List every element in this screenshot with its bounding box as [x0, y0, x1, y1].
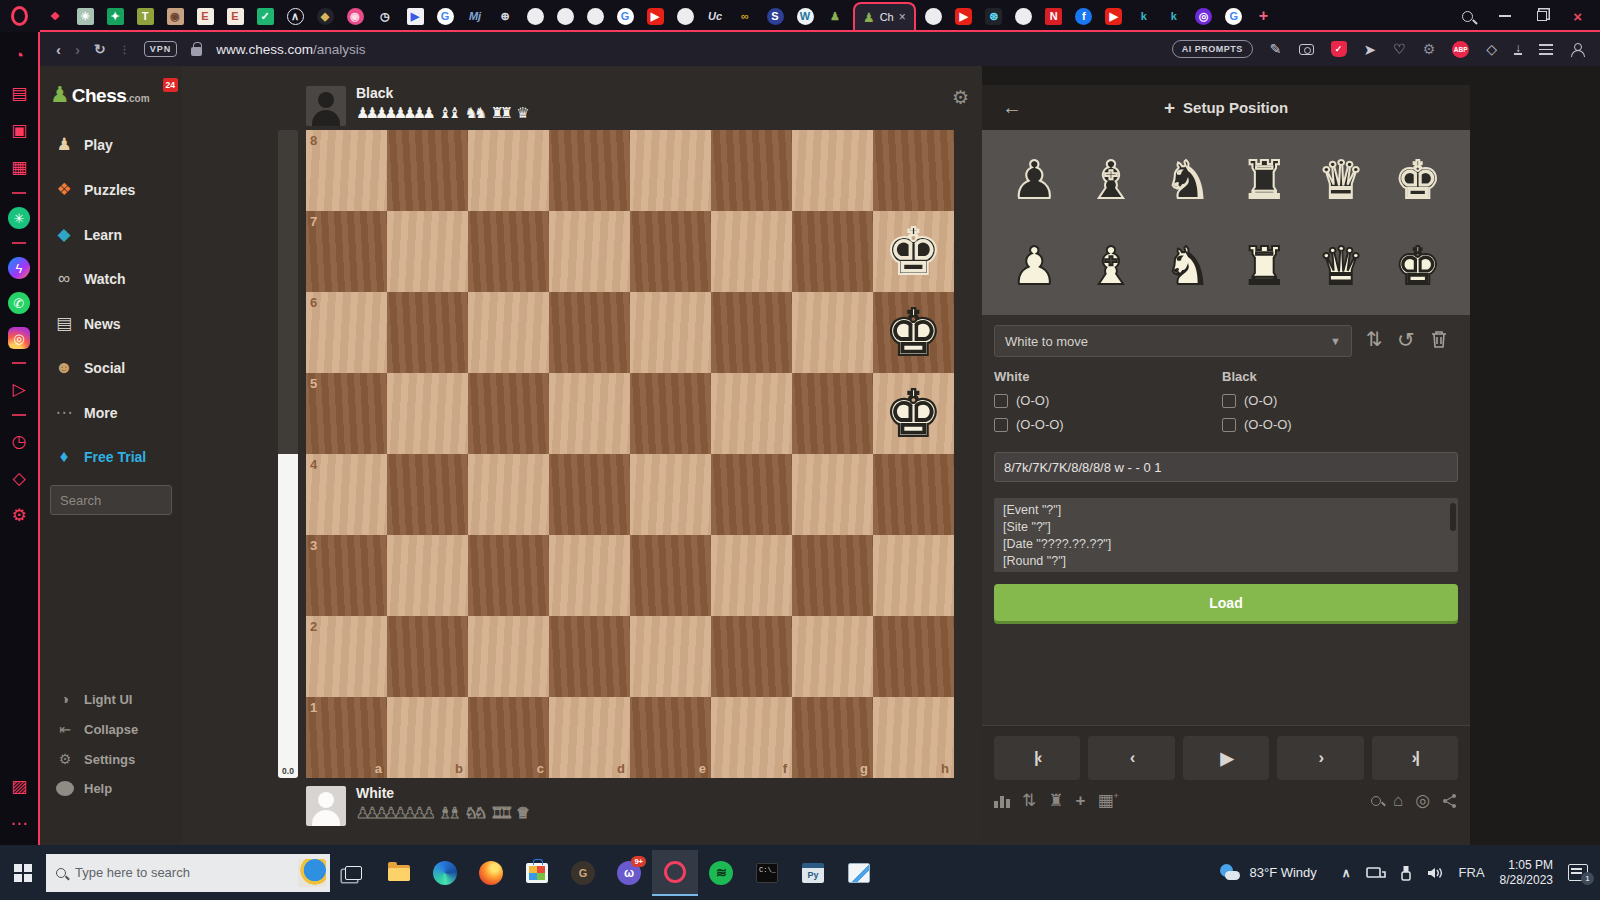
white-king-h6[interactable]: ♚ — [873, 292, 954, 373]
last-move-button[interactable]: ›| — [1372, 736, 1458, 780]
speed-dial-icon[interactable]: ◔ — [7, 44, 31, 68]
library-icon[interactable]: ⌂ — [1393, 792, 1403, 809]
square-e6[interactable] — [630, 292, 711, 373]
instagram-icon[interactable]: ◎ — [8, 327, 30, 349]
square-c2[interactable] — [468, 616, 549, 697]
cube-extension-icon[interactable]: ◇ — [1486, 42, 1497, 56]
tab-mj[interactable]: Mj — [460, 3, 490, 29]
square-e4[interactable] — [630, 454, 711, 535]
palette-white-queen[interactable]: ♛ — [1303, 224, 1380, 308]
play-button[interactable]: ▶ — [1183, 736, 1269, 780]
infinity-icon: ∞ — [737, 8, 754, 25]
square-f4[interactable] — [711, 454, 792, 535]
extension-gear-icon[interactable]: ⚙ — [1423, 42, 1436, 56]
tab-clock-app[interactable]: ◷ — [370, 3, 400, 29]
dribbble-icon: ◉ — [347, 8, 364, 25]
sidebar-item-social[interactable]: ☻Social — [40, 346, 182, 390]
flip-icon[interactable]: ⇅ — [1022, 792, 1036, 809]
messenger-icon[interactable]: ϟ — [8, 257, 30, 279]
square-e1[interactable]: e — [630, 697, 711, 778]
square-d2[interactable] — [549, 616, 630, 697]
speaker-icon[interactable] — [1426, 866, 1444, 880]
tab-swirl-app[interactable]: ◎ — [1189, 3, 1219, 29]
black-king-h7[interactable]: ♚ — [873, 211, 954, 292]
windows-taskbar: G ω9+ ≋ C:\_ Py 83°F Windy ∧ FRA 1:05 PM… — [0, 845, 1600, 900]
square-g5[interactable] — [792, 373, 873, 454]
load-button[interactable]: Load — [994, 584, 1458, 621]
square-a1[interactable]: 1a — [306, 697, 387, 778]
sidebar-item-label: Play — [84, 137, 113, 153]
clock-app-icon: ◷ — [377, 8, 394, 25]
collapse-icon: ⇤ — [56, 721, 74, 737]
tab-s-app[interactable]: S — [760, 3, 790, 29]
tab-chatgpt[interactable]: ✳ — [70, 3, 100, 29]
wordpress-icon: W — [797, 8, 814, 25]
square-g8[interactable] — [792, 130, 873, 211]
downloads-icon[interactable]: ↓ — [1514, 43, 1522, 55]
square-b5[interactable] — [387, 373, 468, 454]
edit-pencil-icon[interactable]: ✎ — [1270, 42, 1282, 56]
square-d1[interactable]: d — [549, 697, 630, 778]
toolbar-right-icons: AI PROMPTS ✎ ✓ ➤ ♡ ⚙ ABP ◇ ↓ — [1172, 40, 1584, 58]
square-h6[interactable]: ♚ — [873, 292, 954, 373]
tab-facebook[interactable]: f — [1069, 3, 1099, 29]
twitch-icon[interactable]: ▣ — [7, 118, 31, 142]
square-c5[interactable] — [468, 373, 549, 454]
rail-divider — [12, 414, 26, 416]
settings-sliders-icon[interactable] — [1539, 44, 1553, 55]
square-e8[interactable] — [630, 130, 711, 211]
square-h5[interactable]: ♚ — [873, 373, 954, 454]
square-b1[interactable]: b — [387, 697, 468, 778]
tab-close-icon[interactable]: × — [899, 10, 906, 24]
sidebar-item-learn[interactable]: ◆Learn — [40, 212, 182, 257]
palette-black-queen[interactable]: ♛ — [1303, 138, 1380, 222]
sidebar-search-input[interactable] — [50, 485, 172, 515]
paint-app-icon[interactable] — [836, 850, 882, 896]
tab-google[interactable]: G — [430, 3, 460, 29]
square-d4[interactable] — [549, 454, 630, 535]
explorer-search-icon[interactable] — [1371, 792, 1381, 809]
spotify-icon[interactable]: ≋ — [698, 850, 744, 896]
square-h7[interactable]: ♚ — [873, 211, 954, 292]
terminal-icon[interactable]: C:\_ — [744, 850, 790, 896]
extensions-box-icon[interactable]: ◇ — [7, 466, 31, 490]
board-settings-gear-icon[interactable]: ⚙ — [952, 86, 969, 109]
square-c8[interactable] — [468, 130, 549, 211]
tab-dribbble[interactable]: ◉ — [340, 3, 370, 29]
tab-netflix[interactable]: N — [1039, 3, 1069, 29]
square-c6[interactable] — [468, 292, 549, 373]
tab-wasp[interactable]: ◆ — [310, 3, 340, 29]
facebook-icon: f — [1075, 8, 1092, 25]
fen-input[interactable] — [994, 452, 1458, 482]
github-icon — [677, 8, 694, 25]
checkbox[interactable] — [1222, 418, 1236, 432]
footer-item-help[interactable]: ?Help — [40, 774, 182, 803]
square-f3[interactable] — [711, 535, 792, 616]
clock-widget[interactable]: 1:05 PM 8/28/2023 — [1500, 858, 1553, 888]
checkbox-label: (O-O-O) — [1244, 417, 1292, 432]
k-app-icon: k — [1165, 8, 1182, 25]
sidebar-footer: ◑Light UI⇤Collapse⚙Settings?Help — [40, 684, 182, 803]
taskbar-search-box[interactable] — [46, 854, 330, 892]
captured-group: ♝♝ — [439, 104, 458, 122]
tab-chess-pawn[interactable]: ♟ — [820, 3, 850, 29]
square-f5[interactable] — [711, 373, 792, 454]
square-d7[interactable] — [549, 211, 630, 292]
captured-group: ♜♜ — [490, 804, 509, 822]
tab-search-icon[interactable] — [1462, 11, 1473, 22]
square-a4[interactable]: 4 — [306, 454, 387, 535]
tab-github[interactable] — [550, 3, 580, 29]
black-player-name: Black — [356, 86, 533, 101]
reload-button[interactable]: ↻ — [94, 41, 106, 57]
sidebar-item-label: More — [84, 405, 117, 421]
pgn-line: [Event "?"] — [1003, 502, 1449, 519]
chesscom-logo[interactable]: ♟ Chess .com 24 — [40, 78, 182, 122]
rail-divider — [12, 192, 26, 194]
sidebar-item-more[interactable]: ⋯More — [40, 390, 182, 435]
square-h2[interactable] — [873, 616, 954, 697]
rank-label: 2 — [310, 619, 317, 634]
square-c7[interactable] — [468, 211, 549, 292]
palette-black-rook[interactable]: ♜ — [1226, 138, 1303, 222]
puzzles-icon: ❖ — [54, 179, 74, 200]
palette-white-king[interactable]: ♚ — [1379, 224, 1456, 308]
square-c3[interactable] — [468, 535, 549, 616]
notification-count-badge: 1 — [1581, 872, 1594, 885]
tab-github[interactable] — [1009, 3, 1039, 29]
tab-crest-e[interactable]: E — [190, 3, 220, 29]
file-label: d — [617, 761, 625, 776]
tab-github[interactable] — [919, 3, 949, 29]
flip-board-icon[interactable]: ⇅ — [1366, 329, 1383, 349]
checkbox[interactable] — [994, 418, 1008, 432]
watch-icon: ∞ — [54, 269, 74, 289]
practice-target-icon[interactable]: ◎ — [1415, 792, 1430, 809]
usb-icon[interactable] — [1401, 865, 1411, 881]
file-explorer-icon[interactable] — [376, 850, 422, 896]
tray-expand-chevron[interactable]: ∧ — [1342, 866, 1351, 880]
square-b3[interactable] — [387, 535, 468, 616]
tab-a-badge[interactable]: ∧ — [280, 3, 310, 29]
back-button[interactable]: ‹ — [56, 41, 61, 58]
castling-black-label: Black — [1222, 369, 1257, 384]
tab-youtube[interactable]: ▶ — [640, 3, 670, 29]
tab-github[interactable] — [670, 3, 700, 29]
footer-item-label: Help — [84, 781, 112, 796]
square-a8[interactable]: 8 — [306, 130, 387, 211]
palette-black-knight[interactable]: ♞ — [1149, 138, 1226, 222]
white-queenside-castle-checkbox[interactable]: (O-O-O) — [994, 417, 1064, 432]
square-h8[interactable] — [873, 130, 954, 211]
square-e7[interactable] — [630, 211, 711, 292]
opera-logo-icon[interactable] — [11, 6, 28, 26]
tab-google[interactable]: G — [1219, 3, 1249, 29]
sidebar-item-play[interactable]: ♟Play — [40, 122, 182, 167]
tab-globe[interactable]: ⊕ — [490, 3, 520, 29]
square-g3[interactable] — [792, 535, 873, 616]
new-tab-button[interactable]: + — [1249, 7, 1278, 25]
github-icon — [925, 8, 942, 25]
threats-icon[interactable]: ♜ — [1048, 792, 1063, 809]
check-app-icon: ✓ — [257, 8, 274, 25]
tab-wordpress[interactable]: W — [790, 3, 820, 29]
chat-app-icon[interactable]: ω9+ — [606, 850, 652, 896]
heart-bookmark-icon[interactable]: ♡ — [1393, 42, 1406, 56]
opera-gx-icon[interactable] — [652, 850, 698, 896]
google-icon: G — [617, 8, 634, 25]
tab-crest-e[interactable]: E — [220, 3, 250, 29]
trash-icon[interactable] — [1430, 329, 1448, 349]
reset-position-icon[interactable]: ↺ — [1397, 329, 1415, 350]
square-g2[interactable] — [792, 616, 873, 697]
github-icon — [1015, 8, 1032, 25]
palette-black-king[interactable]: ♚ — [1379, 138, 1456, 222]
app-notification-badge: 9+ — [631, 856, 646, 867]
square-b2[interactable] — [387, 616, 468, 697]
first-move-button[interactable]: |‹ — [994, 736, 1080, 780]
tab-anime-avatar[interactable]: ◉ — [160, 3, 190, 29]
palette-white-pawn[interactable]: ♟ — [996, 224, 1073, 308]
minimize-button[interactable] — [1499, 15, 1511, 17]
square-d3[interactable] — [549, 535, 630, 616]
tab-green-bird[interactable]: ✦ — [100, 3, 130, 29]
square-a5[interactable]: 5 — [306, 373, 387, 454]
whatsapp-icon[interactable]: ✆ — [8, 292, 30, 314]
palette-white-rook[interactable]: ♜ — [1226, 224, 1303, 308]
tab-react[interactable]: ⊛ — [979, 3, 1009, 29]
square-c4[interactable] — [468, 454, 549, 535]
tab-game-controller[interactable]: ❖ — [40, 3, 70, 29]
play-app-icon: ▶ — [407, 8, 424, 25]
black-queenside-castle-checkbox[interactable]: (O-O-O) — [1222, 417, 1292, 432]
start-button[interactable] — [14, 864, 32, 882]
sidebar-item-puzzles[interactable]: ❖Puzzles — [40, 167, 182, 212]
checkbox[interactable] — [994, 394, 1008, 408]
mj-icon: Mj — [467, 8, 484, 25]
sidebar-item-label: Learn — [84, 227, 122, 243]
weather-text: 83°F Windy — [1249, 865, 1316, 880]
checkbox[interactable] — [1222, 394, 1236, 408]
rank-label: 4 — [310, 457, 317, 472]
square-b7[interactable] — [387, 211, 468, 292]
palette-white-knight[interactable]: ♞ — [1149, 224, 1226, 308]
logo-brand-text: Chess — [72, 85, 127, 107]
vpn-badge[interactable]: VPN — [144, 41, 178, 57]
square-h1[interactable]: h — [873, 697, 954, 778]
white-king-h5[interactable]: ♚ — [873, 373, 954, 454]
more-icon[interactable]: ⋯ — [7, 811, 31, 835]
setup-position-panel: ← +Setup Position ♟♝♞♜♛♚ ♟♝♞♜♛♚ White to… — [982, 85, 1470, 845]
settings-icon[interactable]: ⚙ — [7, 503, 31, 527]
next-move-button[interactable]: › — [1277, 736, 1363, 780]
panel-header: ← +Setup Position — [982, 85, 1470, 130]
file-label: a — [375, 761, 382, 776]
turn-to-move-select[interactable]: White to move ▼ — [994, 325, 1352, 357]
rank-label: 7 — [310, 214, 317, 229]
square-g1[interactable]: g — [792, 697, 873, 778]
gimp-icon[interactable]: G — [560, 850, 606, 896]
square-g6[interactable] — [792, 292, 873, 373]
history-icon[interactable]: ◷ — [7, 429, 31, 453]
edge-icon[interactable] — [422, 850, 468, 896]
lock-icon — [191, 47, 202, 56]
palette-black-pawn[interactable]: ♟ — [996, 138, 1073, 222]
footer-item-light-ui[interactable]: ◑Light UI — [40, 684, 182, 714]
square-f7[interactable] — [711, 211, 792, 292]
black-captured-pieces: ♟♟♟♟♟♟♟♟♝♝♞♞♜♜♛ — [356, 104, 533, 122]
white-captured-pieces: ♟♟♟♟♟♟♟♟♝♝♞♞♜♜♛ — [356, 804, 533, 822]
python-ide-icon[interactable]: Py — [790, 850, 836, 896]
square-d8[interactable] — [549, 130, 630, 211]
tab-infinity[interactable]: ∞ — [730, 3, 760, 29]
move-navigation-row: |‹‹▶››| — [994, 736, 1458, 780]
firefox-icon[interactable] — [468, 850, 514, 896]
google-icon: G — [437, 8, 454, 25]
board-editor-icon[interactable]: ▦+ — [1097, 792, 1118, 809]
tab-letter-t[interactable]: T — [130, 3, 160, 29]
square-f1[interactable]: f — [711, 697, 792, 778]
logo-tld-text: .com — [126, 93, 149, 104]
weather-icon — [1219, 864, 1241, 882]
maximize-button[interactable] — [1537, 11, 1547, 21]
square-f6[interactable] — [711, 292, 792, 373]
player-icon[interactable]: ▷ — [7, 377, 31, 401]
sidebar-item-watch[interactable]: ∞Watch — [40, 257, 182, 301]
tab-youtube[interactable]: ▶ — [1099, 3, 1129, 29]
square-a3[interactable]: 3 — [306, 535, 387, 616]
black-avatar[interactable] — [306, 86, 346, 126]
file-label: f — [783, 761, 787, 776]
sidebar-item-free-trial[interactable]: ♦Free Trial — [40, 435, 182, 479]
language-indicator[interactable]: FRA — [1459, 865, 1485, 880]
weather-widget[interactable]: 83°F Windy — [1209, 858, 1326, 888]
square-b4[interactable] — [387, 454, 468, 535]
square-f8[interactable] — [711, 130, 792, 211]
time-text: 1:05 PM — [1500, 858, 1553, 873]
square-e2[interactable] — [630, 616, 711, 697]
square-f2[interactable] — [711, 616, 792, 697]
tab-google[interactable]: G — [610, 3, 640, 29]
square-e5[interactable] — [630, 373, 711, 454]
add-icon[interactable]: + — [1076, 792, 1086, 809]
gx-corner-icon[interactable]: ▦ — [7, 155, 31, 179]
bing-daily-image[interactable] — [298, 859, 326, 887]
white-player-bar: White ♟♟♟♟♟♟♟♟♝♝♞♞♜♜♛ — [306, 786, 533, 826]
square-b6[interactable] — [387, 292, 468, 373]
white-avatar[interactable] — [306, 786, 346, 826]
action-center-icon[interactable]: 1 — [1568, 864, 1588, 881]
tab-github[interactable] — [580, 3, 610, 29]
footer-item-label: Collapse — [84, 722, 138, 737]
adblock-plus-icon[interactable]: ABP — [1452, 41, 1469, 58]
castling-white-label: White — [994, 369, 1029, 384]
analysis-chart-icon[interactable] — [994, 794, 1010, 808]
active-tab-chess[interactable]: ♟ Ch × — [853, 2, 916, 30]
forward-button[interactable]: › — [75, 41, 80, 58]
square-d5[interactable] — [549, 373, 630, 454]
snapshot-icon[interactable]: ▨ — [7, 774, 31, 798]
taskbar-search-input[interactable] — [75, 865, 265, 880]
tab-github[interactable] — [520, 3, 550, 29]
square-d6[interactable] — [549, 292, 630, 373]
square-a6[interactable]: 6 — [306, 292, 387, 373]
pgn-lines: [Event "?"][Site "?"][Date "????.??.??"]… — [1003, 502, 1449, 570]
captured-group: ♟♟♟♟♟♟♟♟ — [356, 804, 432, 822]
profile-icon[interactable] — [1570, 43, 1584, 56]
easel-icon[interactable]: ▤ — [7, 81, 31, 105]
tab-play-app[interactable]: ▶ — [400, 3, 430, 29]
chatgpt-icon[interactable]: ✳ — [8, 207, 30, 229]
tab-uc-script[interactable]: Uc — [700, 3, 730, 29]
piece-palette: ♟♝♞♜♛♚ ♟♝♞♜♛♚ — [982, 130, 1470, 315]
square-b8[interactable] — [387, 130, 468, 211]
palette-black-bishop[interactable]: ♝ — [1073, 138, 1150, 222]
palette-white-bishop[interactable]: ♝ — [1073, 224, 1150, 308]
task-view-button[interactable] — [330, 850, 376, 896]
panel-footer: |‹‹▶››| ⇅ ♜ + ▦+ ⌂ ◎ — [982, 725, 1470, 845]
close-window-button[interactable]: × — [1573, 8, 1582, 25]
sidebar-item-news[interactable]: ▤News — [40, 301, 182, 346]
white-kingside-castle-checkbox[interactable]: (O-O) — [994, 393, 1049, 408]
footer-item-collapse[interactable]: ⇤Collapse — [40, 714, 182, 744]
chesscom-sidebar: ♟ Chess .com 24 ♟Play❖Puzzles◆Learn∞Watc… — [40, 66, 182, 845]
pinned-tabs-left: ❖✳✦T◉EE✓∧◆◉◷▶GMj⊕G▶Uc∞SW♟ — [40, 3, 850, 29]
square-e3[interactable] — [630, 535, 711, 616]
file-label: e — [699, 761, 706, 776]
light-ui-icon: ◑ — [56, 691, 74, 707]
tab-k-app[interactable]: k — [1159, 3, 1189, 29]
ai-prompts-button[interactable]: AI PROMPTS — [1172, 40, 1253, 58]
tab-youtube[interactable]: ▶ — [949, 3, 979, 29]
camera-snapshot-icon[interactable] — [1299, 44, 1314, 55]
send-flow-icon[interactable]: ➤ — [1364, 42, 1377, 57]
panel-mini-icons: ⇅ ♜ + ▦+ ⌂ ◎ — [994, 792, 1458, 809]
square-g4[interactable] — [792, 454, 873, 535]
microsoft-store-icon[interactable] — [514, 850, 560, 896]
sidebar-nav: ♟Play❖Puzzles◆Learn∞Watch▤News☻Social⋯Mo… — [40, 122, 182, 479]
logo-pawn-icon: ♟ — [50, 82, 70, 108]
address-bar-url[interactable]: www.chess.com/analysis — [216, 42, 365, 57]
shield-check-icon[interactable]: ✓ — [1331, 41, 1347, 57]
square-h3[interactable] — [873, 535, 954, 616]
square-a2[interactable]: 2 — [306, 616, 387, 697]
pgn-textarea[interactable]: [Event "?"][Site "?"][Date "????.??.??"]… — [994, 498, 1458, 572]
prev-move-button[interactable]: ‹ — [1088, 736, 1174, 780]
sidebar-item-label: Watch — [84, 271, 125, 287]
youtube-icon: ▶ — [955, 8, 972, 25]
captured-group: ♝♝ — [439, 804, 458, 822]
square-h4[interactable] — [873, 454, 954, 535]
plus-icon: + — [1164, 97, 1175, 118]
square-a7[interactable]: 7 — [306, 211, 387, 292]
white-player-name: White — [356, 786, 533, 801]
square-g7[interactable] — [792, 211, 873, 292]
network-icon[interactable] — [1366, 866, 1386, 880]
footer-item-settings[interactable]: ⚙Settings — [40, 744, 182, 774]
tab-check-app[interactable]: ✓ — [250, 3, 280, 29]
share-icon[interactable] — [1442, 793, 1458, 809]
pgn-scrollbar[interactable] — [1450, 503, 1456, 531]
tab-k-app[interactable]: k — [1129, 3, 1159, 29]
square-c1[interactable]: c — [468, 697, 549, 778]
black-kingside-castle-checkbox[interactable]: (O-O) — [1222, 393, 1277, 408]
back-arrow-icon[interactable]: ← — [982, 96, 1042, 119]
browser-tabbar: ❖✳✦T◉EE✓∧◆◉◷▶GMj⊕G▶Uc∞SW♟ ♟ Ch × ▶⊛Nf▶kk… — [0, 0, 1600, 32]
file-label: b — [455, 761, 463, 776]
